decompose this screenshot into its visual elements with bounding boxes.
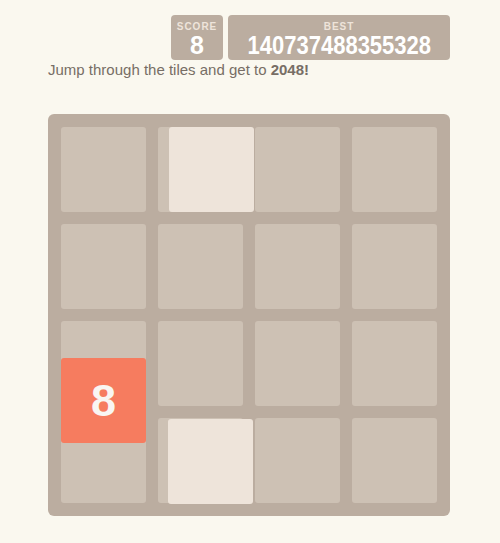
board-cell (255, 321, 340, 406)
best-value: 140737488355328 (247, 33, 431, 58)
score-value: 8 (190, 33, 204, 58)
board-cell (255, 224, 340, 309)
tile-blank (169, 127, 254, 212)
board-cell (352, 321, 437, 406)
page: SCORE 8 BEST 140737488355328 Jump throug… (0, 0, 500, 543)
best-box: BEST 140737488355328 (228, 15, 450, 60)
board-cell (61, 127, 146, 212)
board-cell (255, 127, 340, 212)
board-cell (158, 321, 243, 406)
subtitle-text: Jump through the tiles and get to (48, 61, 271, 78)
board-cell (352, 127, 437, 212)
board-cell (158, 224, 243, 309)
board-cell (255, 418, 340, 503)
board-cell (352, 418, 437, 503)
subtitle-goal: 2048! (271, 61, 309, 78)
tile-8: 8 (61, 358, 146, 443)
tile-blank (168, 419, 253, 504)
board-cell (61, 224, 146, 309)
board-cell (352, 224, 437, 309)
score-box: SCORE 8 (171, 15, 223, 60)
subtitle: Jump through the tiles and get to 2048! (48, 60, 309, 80)
game-board[interactable]: 8 (48, 114, 450, 516)
